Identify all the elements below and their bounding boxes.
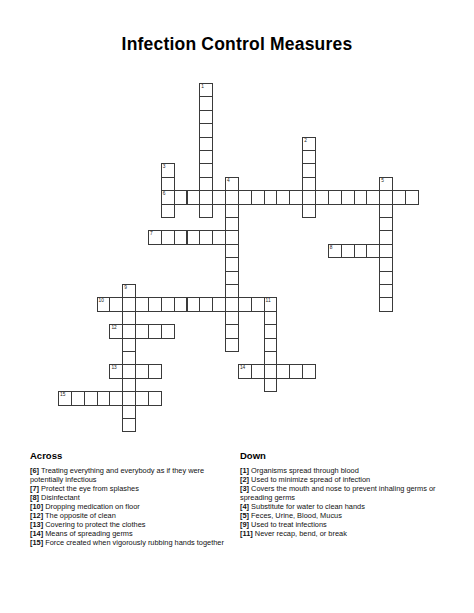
clue-number: [12]	[30, 511, 43, 520]
grid-cell[interactable]: 11	[264, 297, 278, 311]
grid-cell[interactable]	[109, 297, 123, 311]
grid-cell[interactable]	[302, 190, 316, 204]
cell-number: 10	[99, 298, 104, 303]
grid-cell[interactable]	[135, 391, 149, 405]
clue-number: [7]	[30, 484, 39, 493]
grid-cell[interactable]	[302, 177, 316, 191]
grid-cell[interactable]	[264, 338, 278, 352]
grid-cell[interactable]	[199, 150, 213, 164]
grid-cell[interactable]	[366, 244, 380, 258]
cell-number: 15	[60, 392, 65, 397]
grid-cell[interactable]	[251, 297, 265, 311]
grid-cell[interactable]	[264, 351, 278, 365]
grid-cell[interactable]	[122, 351, 136, 365]
grid-cell[interactable]	[199, 137, 213, 151]
grid-cell[interactable]	[341, 244, 355, 258]
grid-cell[interactable]	[225, 284, 239, 298]
clue-number: [9]	[240, 520, 249, 529]
clue-item: [15] Force created when vigorously rubbi…	[30, 539, 228, 548]
grid-cell[interactable]	[225, 338, 239, 352]
grid-cell[interactable]	[187, 297, 201, 311]
clue-item: [7] Protect the eye from splashes	[30, 485, 228, 494]
grid-cell[interactable]	[354, 244, 368, 258]
grid-cell[interactable]	[174, 297, 188, 311]
grid-cell[interactable]	[264, 364, 278, 378]
grid-cell[interactable]: 5	[379, 177, 393, 191]
grid-cell[interactable]	[161, 177, 175, 191]
grid-cell[interactable]	[251, 190, 265, 204]
grid-cell[interactable]	[161, 324, 175, 338]
grid-cell[interactable]	[187, 230, 201, 244]
cell-number: 5	[381, 178, 384, 183]
grid-cell[interactable]	[264, 190, 278, 204]
grid-cell[interactable]	[122, 311, 136, 325]
grid-cell[interactable]	[379, 257, 393, 271]
grid-cell[interactable]	[276, 190, 290, 204]
grid-cell[interactable]	[148, 324, 162, 338]
grid-cell[interactable]	[148, 297, 162, 311]
grid-cell[interactable]	[122, 391, 136, 405]
grid-cell[interactable]	[379, 204, 393, 218]
clue-number: [3]	[240, 484, 249, 493]
grid-cell[interactable]	[225, 217, 239, 231]
crossword-grid: 123456789101112131415	[58, 83, 419, 433]
grid-cell[interactable]	[379, 190, 393, 204]
clue-number: [15]	[30, 538, 43, 547]
grid-cell[interactable]: 7	[148, 230, 162, 244]
grid-cell[interactable]	[199, 163, 213, 177]
clue-number: [6]	[30, 466, 39, 475]
grid-cell[interactable]	[122, 338, 136, 352]
grid-cell[interactable]	[238, 297, 252, 311]
grid-cell[interactable]	[264, 324, 278, 338]
cell-number: 6	[163, 191, 166, 196]
grid-cell[interactable]	[109, 391, 123, 405]
grid-cell[interactable]: 9	[122, 284, 136, 298]
across-clue-list: [6] Treating everything and everybody as…	[30, 467, 228, 548]
grid-cell[interactable]	[199, 204, 213, 218]
cell-number: 9	[124, 285, 127, 290]
grid-cell[interactable]	[199, 123, 213, 137]
grid-cell[interactable]	[264, 311, 278, 325]
grid-cell[interactable]: 8	[328, 244, 342, 258]
across-clues-section: Across [6] Treating everything and every…	[30, 450, 228, 548]
clue-item: [11] Never recap, bend, or break	[240, 530, 458, 539]
grid-cell[interactable]	[122, 297, 136, 311]
grid-cell[interactable]	[379, 217, 393, 231]
grid-cell[interactable]	[315, 190, 329, 204]
cell-number: 12	[111, 325, 116, 330]
grid-cell[interactable]: 12	[109, 324, 123, 338]
clue-number: [2]	[240, 475, 249, 484]
grid-cell[interactable]	[199, 297, 213, 311]
grid-cell[interactable]: 2	[302, 137, 316, 151]
grid-cell[interactable]	[302, 163, 316, 177]
cell-number: 4	[227, 178, 230, 183]
clue-number: [5]	[240, 511, 249, 520]
grid-cell[interactable]	[238, 190, 252, 204]
cell-number: 13	[111, 365, 116, 370]
clue-number: [11]	[240, 529, 253, 538]
clue-number: [14]	[30, 529, 43, 538]
clue-number: [13]	[30, 520, 43, 529]
grid-cell[interactable]	[161, 297, 175, 311]
cell-number: 14	[240, 365, 245, 370]
grid-cell[interactable]	[264, 378, 278, 392]
grid-cell[interactable]	[302, 150, 316, 164]
grid-cell[interactable]	[392, 190, 406, 204]
grid-cell[interactable]	[379, 271, 393, 285]
down-clue-list: [1] Organisms spread through blood[2] Us…	[240, 467, 458, 539]
puzzle-title: Infection Control Measures	[0, 34, 474, 55]
grid-cell[interactable]	[212, 190, 226, 204]
grid-cell[interactable]	[199, 177, 213, 191]
grid-cell[interactable]	[199, 190, 213, 204]
grid-cell[interactable]	[122, 364, 136, 378]
grid-cell[interactable]: 1	[199, 83, 213, 97]
grid-cell[interactable]	[302, 364, 316, 378]
grid-cell[interactable]	[225, 297, 239, 311]
grid-cell[interactable]	[225, 190, 239, 204]
grid-cell[interactable]	[71, 391, 85, 405]
clue-number: [10]	[30, 502, 43, 511]
grid-cell[interactable]	[289, 190, 303, 204]
cell-number: 11	[266, 298, 271, 303]
grid-cell[interactable]: 15	[58, 391, 72, 405]
clue-item: [3] Covers the mouth and nose to prevent…	[240, 485, 458, 502]
grid-cell[interactable]	[122, 405, 136, 419]
clue-number: [8]	[30, 493, 39, 502]
down-clues-section: Down [1] Organisms spread through blood[…	[240, 450, 458, 539]
grid-cell[interactable]	[135, 297, 149, 311]
grid-cell[interactable]	[122, 324, 136, 338]
grid-cell[interactable]	[84, 391, 98, 405]
clue-number: [4]	[240, 502, 249, 511]
grid-cell[interactable]	[225, 324, 239, 338]
grid-cell[interactable]: 6	[161, 190, 175, 204]
grid-cell[interactable]	[135, 364, 149, 378]
grid-cell[interactable]	[405, 190, 419, 204]
grid-cell[interactable]: 3	[161, 163, 175, 177]
clue-item: [6] Treating everything and everybody as…	[30, 467, 228, 484]
down-header: Down	[240, 450, 458, 461]
grid-cell[interactable]	[379, 297, 393, 311]
grid-cell[interactable]	[354, 190, 368, 204]
grid-cell[interactable]	[379, 230, 393, 244]
grid-cell[interactable]	[148, 364, 162, 378]
grid-cell[interactable]	[225, 271, 239, 285]
grid-cell[interactable]	[276, 364, 290, 378]
cell-number: 7	[150, 231, 153, 236]
cell-number: 2	[304, 138, 307, 143]
grid-cell[interactable]	[379, 244, 393, 258]
grid-cell[interactable]: 10	[97, 297, 111, 311]
worksheet-page: Infection Control Measures 1234567891011…	[0, 0, 474, 613]
grid-cell[interactable]	[199, 96, 213, 110]
grid-cell[interactable]	[302, 204, 316, 218]
grid-cell[interactable]	[199, 110, 213, 124]
grid-cell[interactable]	[174, 190, 188, 204]
cell-number: 8	[330, 245, 333, 250]
grid-cell[interactable]	[135, 324, 149, 338]
grid-cell[interactable]: 13	[109, 364, 123, 378]
grid-cell[interactable]	[174, 230, 188, 244]
grid-cell[interactable]	[97, 391, 111, 405]
grid-cell[interactable]	[366, 190, 380, 204]
grid-cell[interactable]	[379, 284, 393, 298]
grid-cell[interactable]	[341, 190, 355, 204]
across-header: Across	[30, 450, 228, 461]
grid-cell[interactable]	[225, 230, 239, 244]
grid-cell[interactable]	[225, 244, 239, 258]
grid-cell[interactable]	[225, 311, 239, 325]
grid-cell[interactable]	[122, 378, 136, 392]
grid-cell[interactable]	[251, 364, 265, 378]
grid-cell[interactable]	[225, 204, 239, 218]
cell-number: 1	[201, 84, 204, 89]
grid-cell[interactable]	[289, 364, 303, 378]
clue-number: [1]	[240, 466, 249, 475]
grid-cell[interactable]	[328, 190, 342, 204]
grid-cell[interactable]	[225, 257, 239, 271]
grid-cell[interactable]	[122, 418, 136, 432]
grid-cell[interactable]	[187, 190, 201, 204]
grid-cell[interactable]	[161, 230, 175, 244]
grid-cell[interactable]	[199, 230, 213, 244]
grid-cell[interactable]	[212, 297, 226, 311]
grid-cell[interactable]: 4	[225, 177, 239, 191]
grid-cell[interactable]	[161, 204, 175, 218]
grid-cell[interactable]: 14	[238, 364, 252, 378]
cell-number: 3	[163, 164, 166, 169]
grid-cell[interactable]	[148, 391, 162, 405]
grid-cell[interactable]	[212, 230, 226, 244]
